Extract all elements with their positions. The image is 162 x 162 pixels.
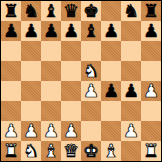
black-pawn[interactable]: ♟ xyxy=(103,21,119,41)
chess-board: ♜♞♝♛♚♞♜♟♟♟♟♝♟♟♞♟♟♟♟♟♟♟♟♟♜♞♝♛♚♝♜ xyxy=(1,1,161,161)
white-rook[interactable]: ♜ xyxy=(143,141,159,161)
square-h2[interactable] xyxy=(141,121,161,141)
square-a6[interactable] xyxy=(1,41,21,61)
square-d8[interactable]: ♛ xyxy=(61,1,81,21)
square-g5[interactable] xyxy=(121,61,141,81)
black-pawn[interactable]: ♟ xyxy=(23,21,39,41)
square-d3[interactable] xyxy=(61,101,81,121)
square-c5[interactable] xyxy=(41,61,61,81)
square-b4[interactable] xyxy=(21,81,41,101)
white-pawn[interactable]: ♟ xyxy=(43,121,59,141)
square-f2[interactable] xyxy=(101,121,121,141)
square-g4[interactable]: ♟ xyxy=(121,81,141,101)
square-b6[interactable] xyxy=(21,41,41,61)
square-c3[interactable] xyxy=(41,101,61,121)
square-a8[interactable]: ♜ xyxy=(1,1,21,21)
square-e5[interactable]: ♞ xyxy=(81,61,101,81)
square-g7[interactable] xyxy=(121,21,141,41)
square-h7[interactable]: ♟ xyxy=(141,21,161,41)
black-rook[interactable]: ♜ xyxy=(3,1,19,21)
square-b8[interactable]: ♞ xyxy=(21,1,41,21)
square-c6[interactable] xyxy=(41,41,61,61)
square-h8[interactable]: ♜ xyxy=(141,1,161,21)
white-queen[interactable]: ♛ xyxy=(63,141,79,161)
square-h4[interactable]: ♟ xyxy=(141,81,161,101)
square-f6[interactable] xyxy=(101,41,121,61)
black-king[interactable]: ♚ xyxy=(83,1,99,21)
square-d4[interactable] xyxy=(61,81,81,101)
black-pawn[interactable]: ♟ xyxy=(103,81,119,101)
square-a3[interactable] xyxy=(1,101,21,121)
black-bishop[interactable]: ♝ xyxy=(83,21,99,41)
white-rook[interactable]: ♜ xyxy=(3,141,19,161)
square-h1[interactable]: ♜ xyxy=(141,141,161,161)
square-b3[interactable] xyxy=(21,101,41,121)
black-pawn[interactable]: ♟ xyxy=(63,21,79,41)
square-b1[interactable]: ♞ xyxy=(21,141,41,161)
square-g6[interactable] xyxy=(121,41,141,61)
white-pawn[interactable]: ♟ xyxy=(23,121,39,141)
square-a2[interactable]: ♟ xyxy=(1,121,21,141)
white-pawn[interactable]: ♟ xyxy=(63,121,79,141)
white-knight[interactable]: ♞ xyxy=(23,141,39,161)
square-f5[interactable] xyxy=(101,61,121,81)
square-d5[interactable] xyxy=(61,61,81,81)
square-d7[interactable]: ♟ xyxy=(61,21,81,41)
square-c7[interactable]: ♟ xyxy=(41,21,61,41)
square-b5[interactable] xyxy=(21,61,41,81)
square-h3[interactable] xyxy=(141,101,161,121)
square-h5[interactable] xyxy=(141,61,161,81)
square-e6[interactable] xyxy=(81,41,101,61)
board-frame: ♜♞♝♛♚♞♜♟♟♟♟♝♟♟♞♟♟♟♟♟♟♟♟♟♜♞♝♛♚♝♜ xyxy=(0,0,162,162)
square-a7[interactable]: ♟ xyxy=(1,21,21,41)
square-e1[interactable]: ♚ xyxy=(81,141,101,161)
square-a5[interactable] xyxy=(1,61,21,81)
square-e4[interactable]: ♟ xyxy=(81,81,101,101)
white-pawn[interactable]: ♟ xyxy=(3,121,19,141)
square-g2[interactable]: ♟ xyxy=(121,121,141,141)
square-e2[interactable] xyxy=(81,121,101,141)
square-f8[interactable] xyxy=(101,1,121,21)
square-a1[interactable]: ♜ xyxy=(1,141,21,161)
black-pawn[interactable]: ♟ xyxy=(143,21,159,41)
black-pawn[interactable]: ♟ xyxy=(3,21,19,41)
black-rook[interactable]: ♜ xyxy=(143,1,159,21)
square-a4[interactable] xyxy=(1,81,21,101)
white-pawn[interactable]: ♟ xyxy=(143,81,159,101)
square-b7[interactable]: ♟ xyxy=(21,21,41,41)
black-pawn[interactable]: ♟ xyxy=(123,81,139,101)
black-pawn[interactable]: ♟ xyxy=(43,21,59,41)
square-f7[interactable]: ♟ xyxy=(101,21,121,41)
square-e8[interactable]: ♚ xyxy=(81,1,101,21)
square-h6[interactable] xyxy=(141,41,161,61)
black-bishop[interactable]: ♝ xyxy=(43,1,59,21)
black-knight[interactable]: ♞ xyxy=(23,1,39,21)
white-pawn[interactable]: ♟ xyxy=(83,81,99,101)
square-c4[interactable] xyxy=(41,81,61,101)
square-f1[interactable]: ♝ xyxy=(101,141,121,161)
square-c8[interactable]: ♝ xyxy=(41,1,61,21)
white-knight[interactable]: ♞ xyxy=(83,61,99,81)
white-bishop[interactable]: ♝ xyxy=(43,141,59,161)
square-f3[interactable] xyxy=(101,101,121,121)
square-g1[interactable] xyxy=(121,141,141,161)
square-d6[interactable] xyxy=(61,41,81,61)
square-d1[interactable]: ♛ xyxy=(61,141,81,161)
square-f4[interactable]: ♟ xyxy=(101,81,121,101)
square-g3[interactable] xyxy=(121,101,141,121)
square-c1[interactable]: ♝ xyxy=(41,141,61,161)
white-pawn[interactable]: ♟ xyxy=(123,121,139,141)
square-e7[interactable]: ♝ xyxy=(81,21,101,41)
white-bishop[interactable]: ♝ xyxy=(103,141,119,161)
black-knight[interactable]: ♞ xyxy=(123,1,139,21)
square-d2[interactable]: ♟ xyxy=(61,121,81,141)
white-king[interactable]: ♚ xyxy=(83,141,99,161)
black-queen[interactable]: ♛ xyxy=(63,1,79,21)
square-b2[interactable]: ♟ xyxy=(21,121,41,141)
square-c2[interactable]: ♟ xyxy=(41,121,61,141)
square-g8[interactable]: ♞ xyxy=(121,1,141,21)
square-e3[interactable] xyxy=(81,101,101,121)
